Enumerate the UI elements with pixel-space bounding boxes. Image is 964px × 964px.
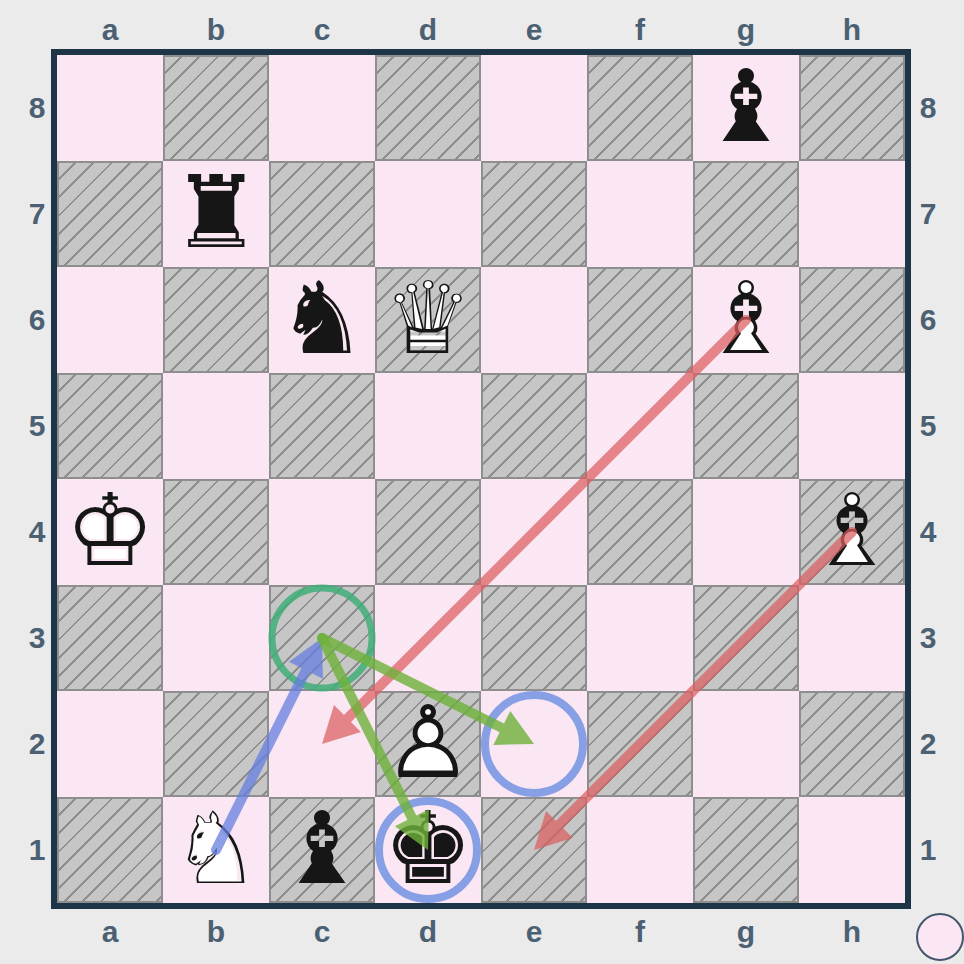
rank-label-1: 1 xyxy=(913,797,943,903)
square-g4[interactable] xyxy=(693,479,799,585)
rank-label-4: 4 xyxy=(913,479,943,585)
square-e3[interactable] xyxy=(481,585,587,691)
square-b2[interactable] xyxy=(163,691,269,797)
square-b7[interactable]: ♜ xyxy=(163,161,269,267)
piece-glyph: ♝ xyxy=(269,797,375,903)
file-label-h: h xyxy=(799,12,905,48)
square-d1[interactable]: ♚ xyxy=(375,797,481,903)
piece-glyph: ♜ xyxy=(163,161,269,267)
rank-label-7: 7 xyxy=(913,161,943,267)
square-a1[interactable] xyxy=(57,797,163,903)
piece-glyph: ♚ xyxy=(375,797,481,903)
square-h2[interactable] xyxy=(799,691,905,797)
board-squares: ♝♜♞♛♕♝♗♚♔♝♗♟♙♞♘♝♚ xyxy=(57,55,905,903)
file-label-d: d xyxy=(375,914,481,950)
square-e1[interactable] xyxy=(481,797,587,903)
square-f7[interactable] xyxy=(587,161,693,267)
file-label-a: a xyxy=(57,914,163,950)
rank-label-7: 7 xyxy=(22,161,52,267)
square-c7[interactable] xyxy=(269,161,375,267)
square-h6[interactable] xyxy=(799,267,905,373)
square-f1[interactable] xyxy=(587,797,693,903)
file-label-c: c xyxy=(269,12,375,48)
square-g8[interactable]: ♝ xyxy=(693,55,799,161)
square-g2[interactable] xyxy=(693,691,799,797)
square-b8[interactable] xyxy=(163,55,269,161)
square-e5[interactable] xyxy=(481,373,587,479)
square-c1[interactable]: ♝ xyxy=(269,797,375,903)
file-label-e: e xyxy=(481,12,587,48)
square-e4[interactable] xyxy=(481,479,587,585)
file-label-b: b xyxy=(163,914,269,950)
piece-black-bishop[interactable]: ♝ xyxy=(269,797,375,903)
file-label-e: e xyxy=(481,914,587,950)
square-d3[interactable] xyxy=(375,585,481,691)
piece-black-bishop[interactable]: ♝ xyxy=(693,55,799,161)
square-e2[interactable] xyxy=(481,691,587,797)
square-h7[interactable] xyxy=(799,161,905,267)
rank-label-5: 5 xyxy=(913,373,943,479)
square-c6[interactable]: ♞ xyxy=(269,267,375,373)
square-a6[interactable] xyxy=(57,267,163,373)
square-h8[interactable] xyxy=(799,55,905,161)
rank-labels-left: 87654321 xyxy=(22,55,52,903)
square-g1[interactable] xyxy=(693,797,799,903)
rank-label-3: 3 xyxy=(913,585,943,691)
file-labels-top: abcdefgh xyxy=(57,12,905,48)
square-h1[interactable] xyxy=(799,797,905,903)
square-a4[interactable]: ♚♔ xyxy=(57,479,163,585)
piece-glyph: ♞ xyxy=(269,267,375,373)
square-f5[interactable] xyxy=(587,373,693,479)
file-label-g: g xyxy=(693,914,799,950)
square-g3[interactable] xyxy=(693,585,799,691)
file-labels-bottom: abcdefgh xyxy=(57,914,905,950)
file-label-g: g xyxy=(693,12,799,48)
file-label-a: a xyxy=(57,12,163,48)
square-a7[interactable] xyxy=(57,161,163,267)
square-d2[interactable]: ♟♙ xyxy=(375,691,481,797)
square-h3[interactable] xyxy=(799,585,905,691)
square-a5[interactable] xyxy=(57,373,163,479)
square-h4[interactable]: ♝♗ xyxy=(799,479,905,585)
square-a8[interactable] xyxy=(57,55,163,161)
piece-white-bishop[interactable]: ♝♗ xyxy=(693,267,799,373)
square-f8[interactable] xyxy=(587,55,693,161)
rank-label-1: 1 xyxy=(22,797,52,903)
piece-white-bishop[interactable]: ♝♗ xyxy=(799,479,905,585)
square-d8[interactable] xyxy=(375,55,481,161)
rank-label-2: 2 xyxy=(913,691,943,797)
file-label-d: d xyxy=(375,12,481,48)
rank-label-5: 5 xyxy=(22,373,52,479)
rank-label-6: 6 xyxy=(22,267,52,373)
rank-label-8: 8 xyxy=(913,55,943,161)
square-g5[interactable] xyxy=(693,373,799,479)
rank-label-8: 8 xyxy=(22,55,52,161)
piece-glyph-outline: ♔ xyxy=(57,479,163,585)
piece-white-knight[interactable]: ♞♘ xyxy=(163,797,269,903)
square-f3[interactable] xyxy=(587,585,693,691)
piece-glyph-outline: ♗ xyxy=(693,267,799,373)
rank-label-6: 6 xyxy=(913,267,943,373)
piece-white-pawn[interactable]: ♟♙ xyxy=(375,691,481,797)
square-b1[interactable]: ♞♘ xyxy=(163,797,269,903)
square-a2[interactable] xyxy=(57,691,163,797)
square-b5[interactable] xyxy=(163,373,269,479)
piece-white-queen[interactable]: ♛♕ xyxy=(375,267,481,373)
square-f4[interactable] xyxy=(587,479,693,585)
file-label-f: f xyxy=(587,12,693,48)
rank-label-2: 2 xyxy=(22,691,52,797)
rank-label-4: 4 xyxy=(22,479,52,585)
square-d7[interactable] xyxy=(375,161,481,267)
piece-black-king[interactable]: ♚ xyxy=(375,797,481,903)
piece-glyph: ♝ xyxy=(693,55,799,161)
square-h5[interactable] xyxy=(799,373,905,479)
chess-diagram: abcdefgh abcdefgh 87654321 87654321 ♝♜♞♛… xyxy=(0,0,964,964)
square-d6[interactable]: ♛♕ xyxy=(375,267,481,373)
rank-label-3: 3 xyxy=(22,585,52,691)
square-c5[interactable] xyxy=(269,373,375,479)
square-g7[interactable] xyxy=(693,161,799,267)
square-c2[interactable] xyxy=(269,691,375,797)
white-to-move-indicator xyxy=(916,913,964,961)
piece-black-knight[interactable]: ♞ xyxy=(269,267,375,373)
file-label-f: f xyxy=(587,914,693,950)
square-b6[interactable] xyxy=(163,267,269,373)
piece-black-rook[interactable]: ♜ xyxy=(163,161,269,267)
square-b4[interactable] xyxy=(163,479,269,585)
square-d5[interactable] xyxy=(375,373,481,479)
rank-labels-right: 87654321 xyxy=(913,55,943,903)
file-label-c: c xyxy=(269,914,375,950)
square-b3[interactable] xyxy=(163,585,269,691)
file-label-h: h xyxy=(799,914,905,950)
square-a3[interactable] xyxy=(57,585,163,691)
square-g6[interactable]: ♝♗ xyxy=(693,267,799,373)
square-c4[interactable] xyxy=(269,479,375,585)
piece-glyph-outline: ♕ xyxy=(375,267,481,373)
square-e6[interactable] xyxy=(481,267,587,373)
square-d4[interactable] xyxy=(375,479,481,585)
square-c3[interactable] xyxy=(269,585,375,691)
file-label-b: b xyxy=(163,12,269,48)
square-e8[interactable] xyxy=(481,55,587,161)
square-f6[interactable] xyxy=(587,267,693,373)
square-e7[interactable] xyxy=(481,161,587,267)
piece-glyph-outline: ♘ xyxy=(163,797,269,903)
piece-white-king[interactable]: ♚♔ xyxy=(57,479,163,585)
piece-glyph-outline: ♗ xyxy=(799,479,905,585)
square-c8[interactable] xyxy=(269,55,375,161)
piece-glyph-outline: ♙ xyxy=(375,691,481,797)
square-f2[interactable] xyxy=(587,691,693,797)
